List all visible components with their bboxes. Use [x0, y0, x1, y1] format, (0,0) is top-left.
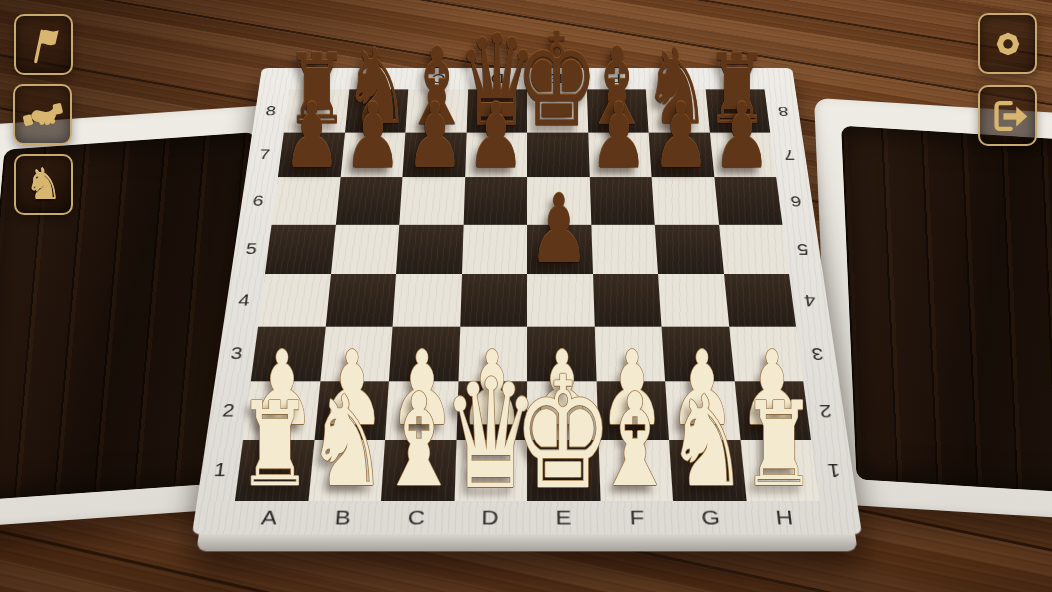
square-b4[interactable] — [325, 274, 396, 326]
rank-label-right-6: 6 — [789, 192, 803, 209]
knight-icon: ♞ — [25, 164, 63, 206]
gear-icon — [986, 22, 1030, 66]
piece-white-knight-g1[interactable]: ♞ — [667, 379, 748, 504]
rank-label-left-6: 6 — [252, 192, 266, 209]
square-c4[interactable] — [393, 274, 462, 326]
piece-black-pawn-g7[interactable]: ♟ — [652, 91, 710, 181]
piece-white-bishop-f1[interactable]: ♝ — [593, 377, 676, 506]
rank-label-right-5: 5 — [796, 240, 810, 257]
rank-label-right-3: 3 — [810, 344, 825, 363]
exit-button[interactable] — [978, 85, 1037, 146]
square-b5[interactable] — [331, 224, 400, 274]
piece-black-pawn-f7[interactable]: ♟ — [590, 91, 648, 181]
rank-label-right-8: 8 — [777, 103, 790, 118]
square-d5[interactable] — [462, 224, 528, 274]
rank-label-right-1: 1 — [826, 459, 842, 481]
square-d4[interactable] — [460, 274, 527, 326]
piece-white-rook-a1[interactable]: ♜ — [237, 387, 312, 504]
tray-right-interior — [841, 126, 1052, 495]
square-a5[interactable] — [265, 224, 335, 274]
rank-label-left-3: 3 — [229, 344, 244, 363]
rank-label-left-4: 4 — [237, 291, 251, 309]
square-a4[interactable] — [258, 274, 330, 326]
square-f4[interactable] — [593, 274, 662, 326]
knight-hint-button[interactable]: ♞ — [14, 154, 73, 215]
piece-black-pawn-d7[interactable]: ♟ — [467, 91, 525, 181]
rank-label-left-2: 2 — [221, 400, 236, 420]
square-c5[interactable] — [396, 224, 463, 274]
piece-white-knight-b1[interactable]: ♞ — [307, 379, 388, 504]
piece-black-pawn-c7[interactable]: ♟ — [406, 91, 464, 181]
flag-icon — [22, 23, 66, 67]
rank-label-left-7: 7 — [258, 147, 271, 163]
rank-label-right-2: 2 — [818, 400, 833, 420]
handshake-icon — [20, 92, 66, 138]
square-g4[interactable] — [658, 274, 729, 326]
piece-white-rook-h1[interactable]: ♜ — [741, 387, 816, 504]
resign-flag-button[interactable] — [14, 14, 73, 75]
chess-game-scene: AABBCCDDEEFFGGHH8877665544332211 ♜♞♝♛♚♝♞… — [0, 0, 1052, 592]
rank-label-right-4: 4 — [802, 291, 816, 309]
rank-label-right-7: 7 — [783, 147, 796, 163]
square-h4[interactable] — [724, 274, 796, 326]
settings-button[interactable] — [978, 13, 1037, 74]
rank-label-left-1: 1 — [212, 459, 228, 481]
piece-black-pawn-a7[interactable]: ♟ — [283, 91, 341, 181]
draw-handshake-button[interactable] — [13, 84, 72, 145]
rank-label-left-8: 8 — [265, 103, 278, 118]
piece-black-pawn-h7[interactable]: ♟ — [713, 91, 771, 181]
square-h5[interactable] — [719, 224, 789, 274]
piece-black-pawn-e5[interactable]: ♟ — [529, 182, 590, 277]
square-g5[interactable] — [655, 224, 724, 274]
rank-label-left-5: 5 — [245, 240, 259, 257]
square-f5[interactable] — [591, 224, 658, 274]
piece-black-pawn-b7[interactable]: ♟ — [344, 91, 402, 181]
exit-icon — [986, 94, 1030, 138]
